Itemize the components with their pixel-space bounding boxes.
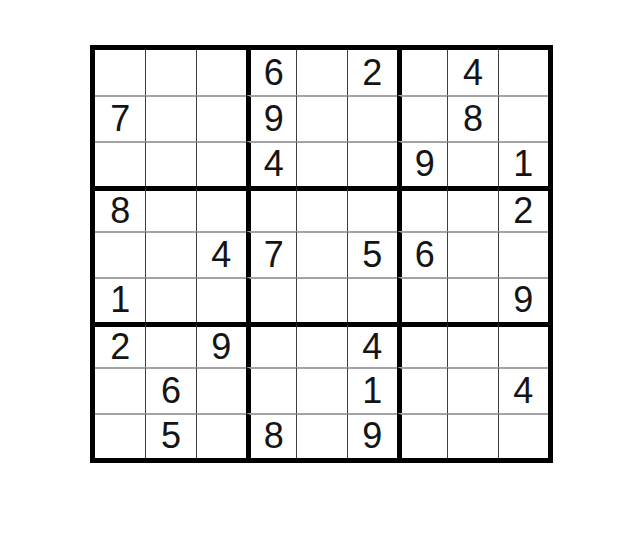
cell-r8c5[interactable]	[296, 367, 346, 412]
cell-r8c6: 1	[347, 367, 397, 412]
cell-r6c2[interactable]	[145, 277, 195, 322]
cell-r5c5[interactable]	[296, 231, 346, 276]
cell-r2c2[interactable]	[145, 95, 195, 140]
cell-r1c8: 4	[447, 50, 497, 95]
cell-r3c6[interactable]	[347, 141, 397, 186]
cell-r6c4[interactable]	[246, 277, 296, 322]
cell-r8c1[interactable]	[95, 367, 145, 412]
cell-r9c7[interactable]	[397, 413, 447, 458]
cell-r5c4: 7	[246, 231, 296, 276]
cell-r3c4: 4	[246, 141, 296, 186]
cell-r7c6: 4	[347, 322, 397, 367]
cell-r4c4[interactable]	[246, 186, 296, 231]
cell-r9c5[interactable]	[296, 413, 346, 458]
cell-r3c5[interactable]	[296, 141, 346, 186]
cell-r1c5[interactable]	[296, 50, 346, 95]
cell-r5c3: 4	[196, 231, 246, 276]
cell-r1c2[interactable]	[145, 50, 195, 95]
cell-r7c2[interactable]	[145, 322, 195, 367]
cell-r4c9: 2	[498, 186, 548, 231]
cell-r3c3[interactable]	[196, 141, 246, 186]
cell-r9c4: 8	[246, 413, 296, 458]
cell-r7c7[interactable]	[397, 322, 447, 367]
cell-r6c6[interactable]	[347, 277, 397, 322]
cell-r4c3[interactable]	[196, 186, 246, 231]
cell-r1c3[interactable]	[196, 50, 246, 95]
cell-r5c2[interactable]	[145, 231, 195, 276]
cell-r2c3[interactable]	[196, 95, 246, 140]
cell-r9c9[interactable]	[498, 413, 548, 458]
cell-r7c9[interactable]	[498, 322, 548, 367]
cell-r8c9: 4	[498, 367, 548, 412]
cell-r4c5[interactable]	[296, 186, 346, 231]
cell-r7c1: 2	[95, 322, 145, 367]
cell-r9c2: 5	[145, 413, 195, 458]
cell-r1c4: 6	[246, 50, 296, 95]
cell-r5c8[interactable]	[447, 231, 497, 276]
cell-r1c1[interactable]	[95, 50, 145, 95]
cell-r4c6[interactable]	[347, 186, 397, 231]
cell-r6c1: 1	[95, 277, 145, 322]
cell-r7c8[interactable]	[447, 322, 497, 367]
cell-r4c8[interactable]	[447, 186, 497, 231]
cell-r5c7: 6	[397, 231, 447, 276]
cell-r1c7[interactable]	[397, 50, 447, 95]
cell-r2c8: 8	[447, 95, 497, 140]
cell-r9c3[interactable]	[196, 413, 246, 458]
cell-r1c9[interactable]	[498, 50, 548, 95]
cell-r5c9[interactable]	[498, 231, 548, 276]
cell-r2c9[interactable]	[498, 95, 548, 140]
cell-r8c4[interactable]	[246, 367, 296, 412]
cell-r7c4[interactable]	[246, 322, 296, 367]
cell-r4c1: 8	[95, 186, 145, 231]
cell-r1c6: 2	[347, 50, 397, 95]
cell-r8c7[interactable]	[397, 367, 447, 412]
cell-r2c5[interactable]	[296, 95, 346, 140]
sudoku-board: 62479849182475619294614589	[90, 45, 553, 463]
cell-r6c9: 9	[498, 277, 548, 322]
cell-r8c8[interactable]	[447, 367, 497, 412]
cell-r4c7[interactable]	[397, 186, 447, 231]
cell-r3c1[interactable]	[95, 141, 145, 186]
cell-r4c2[interactable]	[145, 186, 195, 231]
cell-r8c2: 6	[145, 367, 195, 412]
cell-r8c3[interactable]	[196, 367, 246, 412]
cell-r6c5[interactable]	[296, 277, 346, 322]
cell-r7c5[interactable]	[296, 322, 346, 367]
cell-r3c8[interactable]	[447, 141, 497, 186]
cell-r2c4: 9	[246, 95, 296, 140]
cell-r9c6: 9	[347, 413, 397, 458]
cell-r6c8[interactable]	[447, 277, 497, 322]
cell-r2c6[interactable]	[347, 95, 397, 140]
cell-r6c3[interactable]	[196, 277, 246, 322]
cell-r3c2[interactable]	[145, 141, 195, 186]
cell-r7c3: 9	[196, 322, 246, 367]
cell-r6c7[interactable]	[397, 277, 447, 322]
sudoku-page: 62479849182475619294614589	[0, 0, 640, 540]
cell-r5c6: 5	[347, 231, 397, 276]
cell-r9c8[interactable]	[447, 413, 497, 458]
cell-r5c1[interactable]	[95, 231, 145, 276]
cell-r3c7: 9	[397, 141, 447, 186]
cell-r9c1[interactable]	[95, 413, 145, 458]
cell-r2c7[interactable]	[397, 95, 447, 140]
cell-r3c9: 1	[498, 141, 548, 186]
cell-r2c1: 7	[95, 95, 145, 140]
